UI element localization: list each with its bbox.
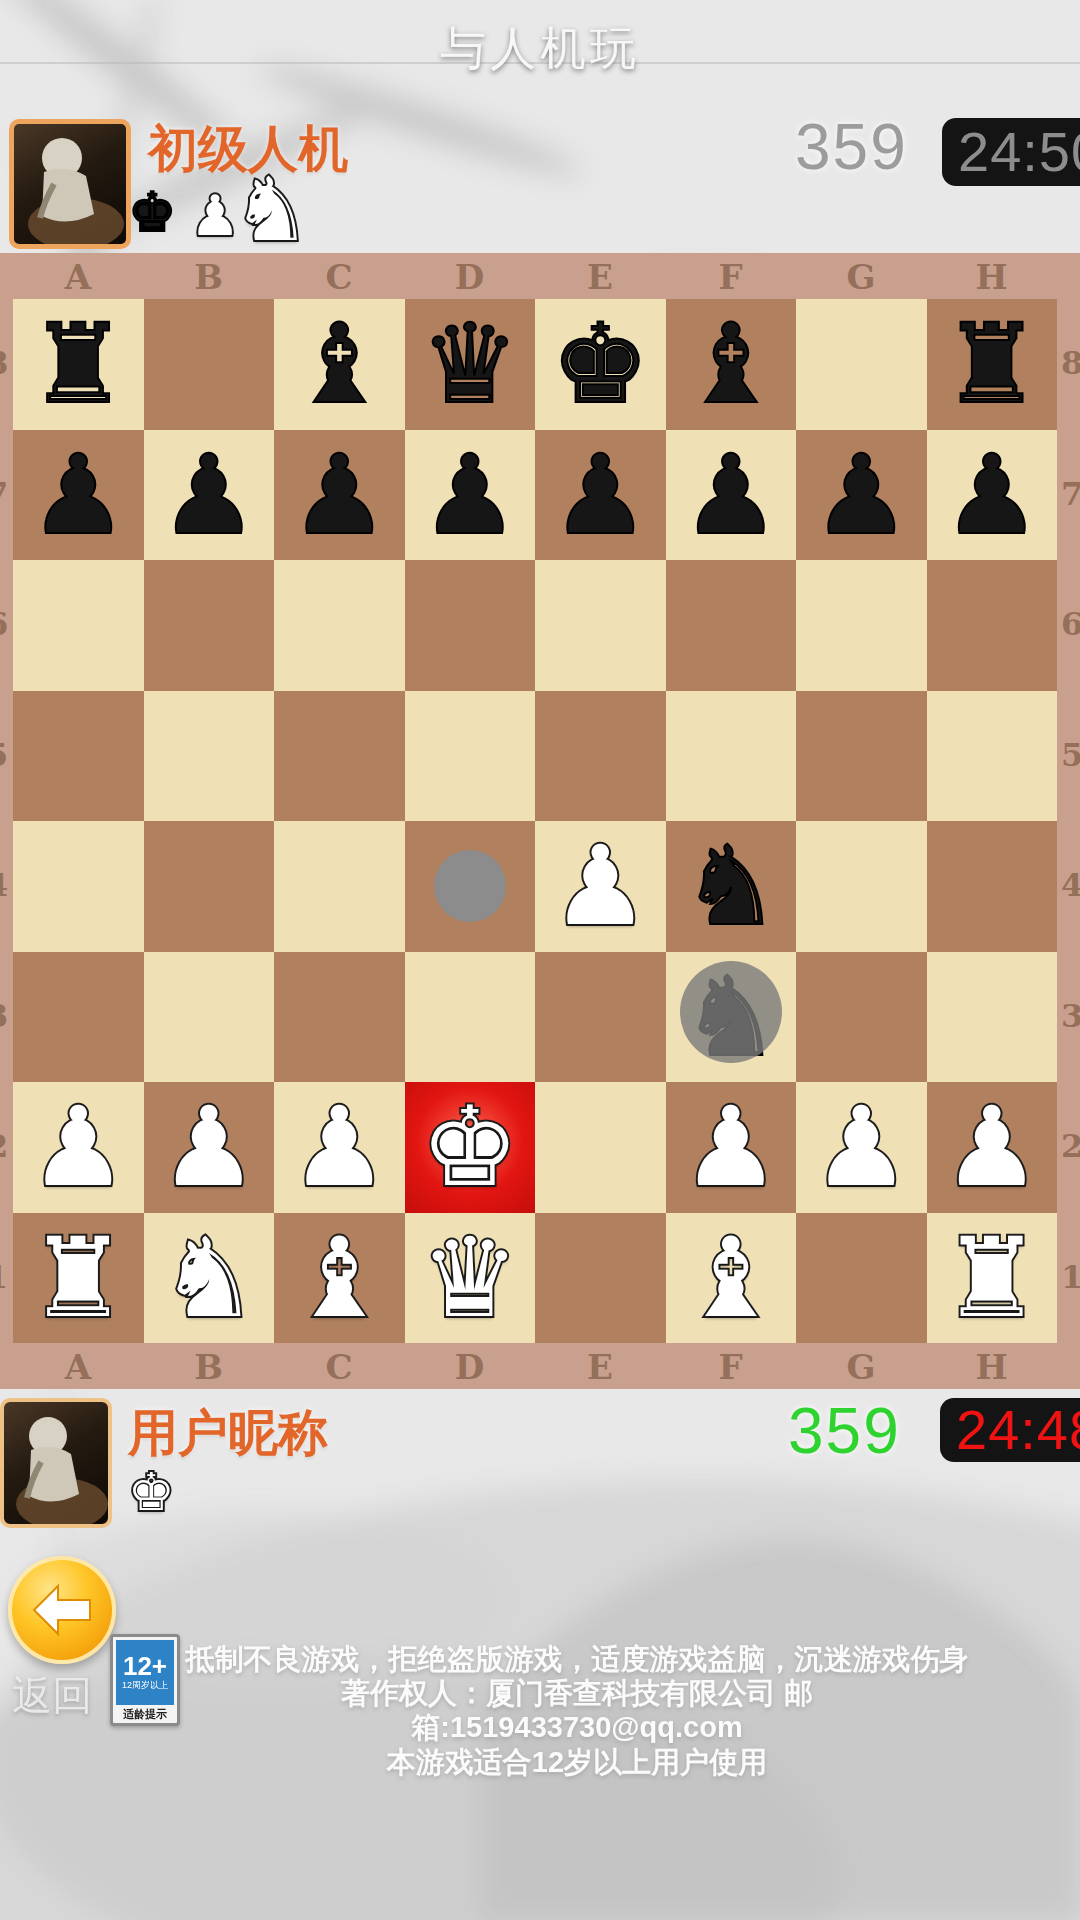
black-pawn-h7: ♟	[942, 440, 1041, 550]
square-b5[interactable]	[144, 691, 275, 822]
file-label-c-bottom: C	[274, 1347, 404, 1387]
square-b2[interactable]: ♟	[144, 1082, 275, 1213]
back-button[interactable]	[8, 1556, 116, 1664]
square-c5[interactable]	[274, 691, 405, 822]
square-a5[interactable]	[13, 691, 144, 822]
rank-label-4-right: 4	[1061, 866, 1080, 904]
user-clock: 24:48	[940, 1398, 1080, 1462]
square-f1[interactable]: ♝	[666, 1213, 797, 1344]
white-pawn-h2: ♟	[942, 1092, 1041, 1202]
square-b8[interactable]	[144, 299, 275, 430]
square-a2[interactable]: ♟	[13, 1082, 144, 1213]
square-c8[interactable]: ♝	[274, 299, 405, 430]
black-king-e8: ♚	[551, 309, 650, 419]
user-name: 用户昵称	[128, 1400, 328, 1467]
file-label-a-top: A	[13, 257, 143, 297]
white-pawn-b2: ♟	[159, 1092, 258, 1202]
file-label-d-top: D	[405, 257, 535, 297]
square-f6[interactable]	[666, 560, 797, 691]
rank-label-1-right: 1	[1061, 1258, 1080, 1296]
white-queen-d1: ♛	[420, 1223, 519, 1333]
age-rating-badge: 12+ 12周岁以上 适龄提示	[110, 1634, 180, 1726]
square-d6[interactable]	[405, 560, 536, 691]
rank-label-6-left: 6	[0, 605, 8, 643]
square-e6[interactable]	[535, 560, 666, 691]
file-label-a-bottom: A	[13, 1347, 143, 1387]
rank-labels-right: 87654321	[1057, 299, 1080, 1343]
square-b4[interactable]	[144, 821, 275, 952]
square-h3[interactable]	[927, 952, 1058, 1083]
white-knight-b1: ♞	[159, 1223, 258, 1333]
square-a7[interactable]: ♟	[13, 430, 144, 561]
file-label-b-bottom: B	[144, 1347, 274, 1387]
file-label-f-bottom: F	[666, 1347, 796, 1387]
black-king-icon: ♚	[128, 186, 176, 240]
square-d3[interactable]	[405, 952, 536, 1083]
white-pawn-a2: ♟	[29, 1092, 128, 1202]
square-e4[interactable]: ♟	[535, 821, 666, 952]
square-a8[interactable]: ♜	[13, 299, 144, 430]
captured-white-knight-icon: ♞	[232, 166, 311, 254]
square-d7[interactable]: ♟	[405, 430, 536, 561]
file-label-c-top: C	[274, 257, 404, 297]
square-e2[interactable]	[535, 1082, 666, 1213]
square-f4[interactable]: ♞	[666, 821, 797, 952]
board-grid: ♜♝♛♚♝♜♟♟♟♟♟♟♟♟♟♞♞♟♟♟♚♟♟♟♜♞♝♛♝♜	[13, 299, 1057, 1343]
rank-label-1-left: 1	[0, 1258, 8, 1296]
white-rook-a1: ♜	[29, 1223, 128, 1333]
file-label-d-bottom: D	[405, 1347, 535, 1387]
black-bishop-f8: ♝	[681, 309, 780, 419]
file-label-f-top: F	[666, 257, 796, 297]
file-label-e-top: E	[535, 257, 665, 297]
black-pawn-e7: ♟	[551, 440, 650, 550]
file-label-g-bottom: G	[796, 1347, 926, 1387]
square-e7[interactable]: ♟	[535, 430, 666, 561]
age-rating-sub: 12周岁以上	[122, 1679, 168, 1692]
rank-label-8-right: 8	[1061, 344, 1080, 382]
rank-labels-left: 87654321	[0, 299, 13, 1343]
square-g3[interactable]	[796, 952, 927, 1083]
square-b6[interactable]	[144, 560, 275, 691]
square-f8[interactable]: ♝	[666, 299, 797, 430]
page-title: 与人机玩	[0, 18, 1080, 80]
square-f3[interactable]: ♞	[666, 952, 797, 1083]
app-root: 与人机玩 初级人机 ♚ ♟ ♞ 359 24:50 ABCDEFGH ABCDE…	[0, 0, 1080, 1920]
white-king-d2: ♚	[420, 1092, 519, 1202]
square-d5[interactable]	[405, 691, 536, 822]
opponent-clock: 24:50	[942, 118, 1080, 186]
square-a6[interactable]	[13, 560, 144, 691]
age-rating-band: 适龄提示	[113, 1705, 177, 1723]
square-a1[interactable]: ♜	[13, 1213, 144, 1344]
rank-label-3-right: 3	[1061, 997, 1080, 1035]
square-d4[interactable]	[405, 821, 536, 952]
square-c2[interactable]: ♟	[274, 1082, 405, 1213]
ghost-disc-marker	[680, 961, 782, 1063]
black-rook-a8: ♜	[29, 309, 128, 419]
square-h2[interactable]: ♟	[927, 1082, 1058, 1213]
square-f2[interactable]: ♟	[666, 1082, 797, 1213]
disclaimer-text: 抵制不良游戏，拒绝盗版游戏，适度游戏益脑，沉迷游戏伤身 著作权人：厦门香查科技有…	[177, 1642, 977, 1779]
opponent-avatar	[9, 119, 131, 249]
last-move-dot	[434, 850, 506, 922]
square-c3[interactable]	[274, 952, 405, 1083]
square-c6[interactable]	[274, 560, 405, 691]
black-bishop-c8: ♝	[290, 309, 389, 419]
square-e3[interactable]	[535, 952, 666, 1083]
square-h5[interactable]	[927, 691, 1058, 822]
square-c4[interactable]	[274, 821, 405, 952]
disclaimer-line-3: 本游戏适合12岁以上用户使用	[177, 1745, 977, 1779]
disclaimer-line-1: 抵制不良游戏，拒绝盗版游戏，适度游戏益脑，沉迷游戏伤身	[177, 1642, 977, 1676]
black-knight-f4: ♞	[681, 831, 780, 941]
black-pawn-g7: ♟	[812, 440, 911, 550]
square-f5[interactable]	[666, 691, 797, 822]
square-a3[interactable]	[13, 952, 144, 1083]
age-rating-value: 12+	[123, 1653, 167, 1679]
square-e8[interactable]: ♚	[535, 299, 666, 430]
white-king-icon: ♚	[128, 1466, 175, 1518]
rank-label-2-left: 2	[0, 1127, 8, 1165]
square-d1[interactable]: ♛	[405, 1213, 536, 1344]
white-bishop-f1: ♝	[681, 1223, 780, 1333]
square-a4[interactable]	[13, 821, 144, 952]
black-pawn-f7: ♟	[681, 440, 780, 550]
black-queen-d8: ♛	[420, 309, 519, 419]
square-g7[interactable]: ♟	[796, 430, 927, 561]
square-e5[interactable]	[535, 691, 666, 822]
rank-label-4-left: 4	[0, 866, 8, 904]
white-bishop-c1: ♝	[290, 1223, 389, 1333]
rank-label-6-right: 6	[1061, 605, 1080, 643]
white-pawn-c2: ♟	[290, 1092, 389, 1202]
rank-label-3-left: 3	[0, 997, 8, 1035]
file-label-h-top: H	[927, 257, 1057, 297]
square-h7[interactable]: ♟	[927, 430, 1058, 561]
chess-board: ABCDEFGH ABCDEFGH 87654321 87654321 ♜♝♛♚…	[0, 253, 1080, 1389]
file-label-h-bottom: H	[927, 1347, 1057, 1387]
opponent-score: 359	[795, 110, 908, 184]
file-label-e-bottom: E	[535, 1347, 665, 1387]
file-label-g-top: G	[796, 257, 926, 297]
square-g1[interactable]	[796, 1213, 927, 1344]
black-pawn-a7: ♟	[29, 440, 128, 550]
square-b3[interactable]	[144, 952, 275, 1083]
square-c7[interactable]: ♟	[274, 430, 405, 561]
square-d8[interactable]: ♛	[405, 299, 536, 430]
user-avatar	[0, 1398, 112, 1528]
back-button-label[interactable]: 返回	[12, 1668, 92, 1723]
square-g2[interactable]: ♟	[796, 1082, 927, 1213]
square-e1[interactable]	[535, 1213, 666, 1344]
square-b1[interactable]: ♞	[144, 1213, 275, 1344]
square-h8[interactable]: ♜	[927, 299, 1058, 430]
square-h4[interactable]	[927, 821, 1058, 952]
file-label-b-top: B	[144, 257, 274, 297]
rank-label-2-right: 2	[1061, 1127, 1080, 1165]
rank-label-7-right: 7	[1061, 475, 1080, 513]
square-g5[interactable]	[796, 691, 927, 822]
white-rook-h1: ♜	[942, 1223, 1041, 1333]
white-pawn-g2: ♟	[812, 1092, 911, 1202]
rank-label-7-left: 7	[0, 475, 8, 513]
square-b7[interactable]: ♟	[144, 430, 275, 561]
black-rook-h8: ♜	[942, 309, 1041, 419]
disclaimer-line-2: 著作权人：厦门香查科技有限公司 邮箱:1519433730@qq.com	[177, 1676, 977, 1744]
white-pawn-e4: ♟	[551, 831, 650, 941]
rank-label-8-left: 8	[0, 344, 8, 382]
square-g8[interactable]	[796, 299, 927, 430]
square-g4[interactable]	[796, 821, 927, 952]
back-arrow-icon	[30, 1582, 94, 1638]
square-g6[interactable]	[796, 560, 927, 691]
black-pawn-b7: ♟	[159, 440, 258, 550]
user-score: 359	[788, 1394, 901, 1468]
square-h1[interactable]: ♜	[927, 1213, 1058, 1344]
black-pawn-c7: ♟	[290, 440, 389, 550]
square-f7[interactable]: ♟	[666, 430, 797, 561]
square-d2[interactable]: ♚	[405, 1082, 536, 1213]
square-c1[interactable]: ♝	[274, 1213, 405, 1344]
black-pawn-d7: ♟	[420, 440, 519, 550]
rank-label-5-left: 5	[0, 736, 8, 774]
white-pawn-f2: ♟	[681, 1092, 780, 1202]
square-h6[interactable]	[927, 560, 1058, 691]
rank-label-5-right: 5	[1061, 736, 1080, 774]
